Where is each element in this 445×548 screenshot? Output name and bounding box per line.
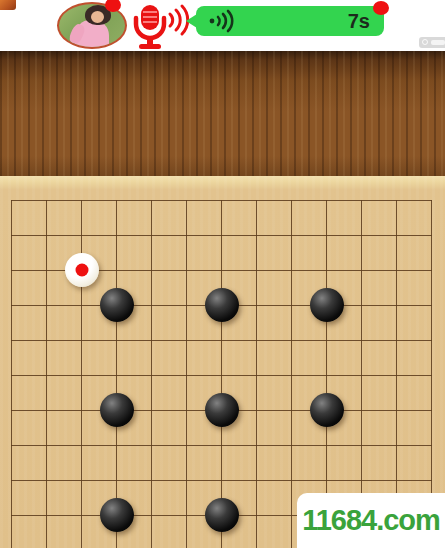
voice-timer-label: 7s	[348, 6, 370, 36]
grid-line-h	[11, 200, 432, 201]
stone-black	[205, 498, 239, 532]
grid-line-h	[11, 445, 432, 446]
avatar-photo-face	[91, 11, 104, 23]
bubble-notification-dot	[373, 1, 389, 15]
stone-black	[205, 393, 239, 427]
corner-app-icon-fragment	[0, 0, 16, 10]
stone-black	[310, 288, 344, 322]
grid-line-h	[11, 340, 432, 341]
stone-black	[100, 393, 134, 427]
recorder-watermark-badge	[419, 37, 445, 48]
voice-message-bubble[interactable]: 7s	[196, 6, 384, 36]
stone-black	[100, 498, 134, 532]
game-screen: 7s 11684.com	[0, 0, 445, 548]
grid-line-h	[11, 235, 432, 236]
stone-black	[205, 288, 239, 322]
site-watermark: 11684.com	[297, 493, 445, 548]
stone-white	[65, 253, 99, 287]
stone-black	[100, 288, 134, 322]
sound-waves-icon	[208, 9, 242, 37]
bubble-tail	[186, 14, 197, 28]
wood-table-background	[0, 51, 445, 176]
recorder-badge-circle-icon	[422, 39, 428, 45]
grid-line-h	[11, 375, 432, 376]
stone-black	[310, 393, 344, 427]
voice-mic-icon[interactable]	[130, 3, 192, 51]
recorder-badge-text-blur	[431, 40, 445, 45]
top-bar: 7s	[0, 0, 445, 51]
grid-line-h	[11, 480, 432, 481]
last-move-marker	[75, 264, 88, 277]
site-watermark-text: 11684.com	[302, 504, 440, 537]
